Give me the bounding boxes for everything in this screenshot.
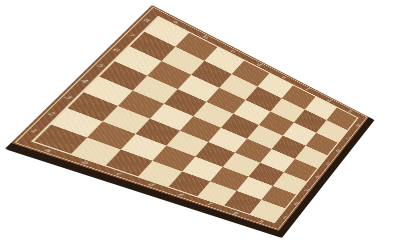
product-photo-background: abcdefgh abcdefgh 87654321 87654321 — [0, 0, 400, 240]
playing-field — [31, 16, 359, 224]
chess-board: abcdefgh abcdefgh 87654321 87654321 — [5, 5, 375, 238]
board-frame: abcdefgh abcdefgh 87654321 87654321 — [11, 5, 369, 231]
